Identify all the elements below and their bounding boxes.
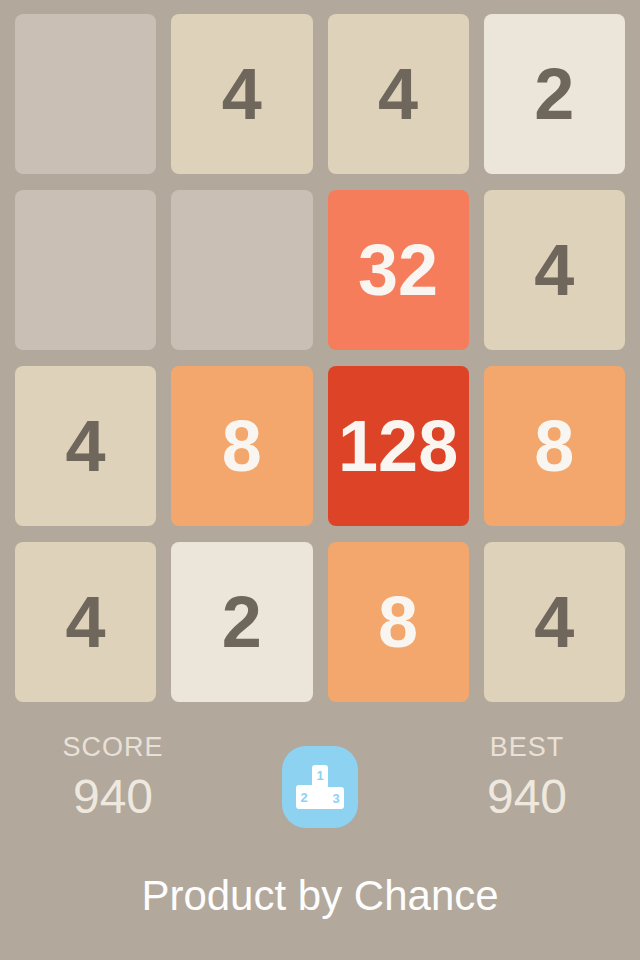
score-bar: SCORE 940 2 1 3 BEST 940 — [0, 702, 640, 842]
tile-4: 4 — [484, 542, 625, 702]
leaderboard-podium-icon: 2 1 3 — [296, 765, 344, 809]
score-label: SCORE — [38, 732, 188, 763]
tile-32: 32 — [328, 190, 469, 350]
empty-cell — [171, 190, 312, 350]
tile-8: 8 — [484, 366, 625, 526]
tile-4: 4 — [328, 14, 469, 174]
leaderboard-button[interactable]: 2 1 3 — [282, 746, 358, 828]
best-value: 940 — [452, 769, 602, 824]
podium-second-place: 2 — [296, 785, 312, 809]
empty-cell — [15, 14, 156, 174]
tile-4: 4 — [15, 542, 156, 702]
board[interactable]: 4423244812884284 — [0, 0, 640, 702]
best-label: BEST — [452, 732, 602, 763]
podium-digit-2: 2 — [300, 790, 307, 805]
empty-cell — [15, 190, 156, 350]
tile-2: 2 — [484, 14, 625, 174]
tile-8: 8 — [171, 366, 312, 526]
podium-third-place: 3 — [328, 787, 344, 809]
credit-text: Product by Chance — [0, 872, 640, 920]
score-value: 940 — [38, 769, 188, 824]
tile-4: 4 — [171, 14, 312, 174]
tile-4: 4 — [15, 366, 156, 526]
tile-128: 128 — [328, 366, 469, 526]
podium-first-place: 1 — [312, 765, 328, 809]
score-block: SCORE 940 — [38, 732, 188, 824]
podium-digit-1: 1 — [316, 768, 323, 783]
best-block: BEST 940 — [452, 732, 602, 824]
tile-2: 2 — [171, 542, 312, 702]
tile-4: 4 — [484, 190, 625, 350]
tile-8: 8 — [328, 542, 469, 702]
podium-digit-3: 3 — [332, 791, 339, 806]
app-screen: 4423244812884284 SCORE 940 2 1 3 BEST 94… — [0, 0, 640, 960]
